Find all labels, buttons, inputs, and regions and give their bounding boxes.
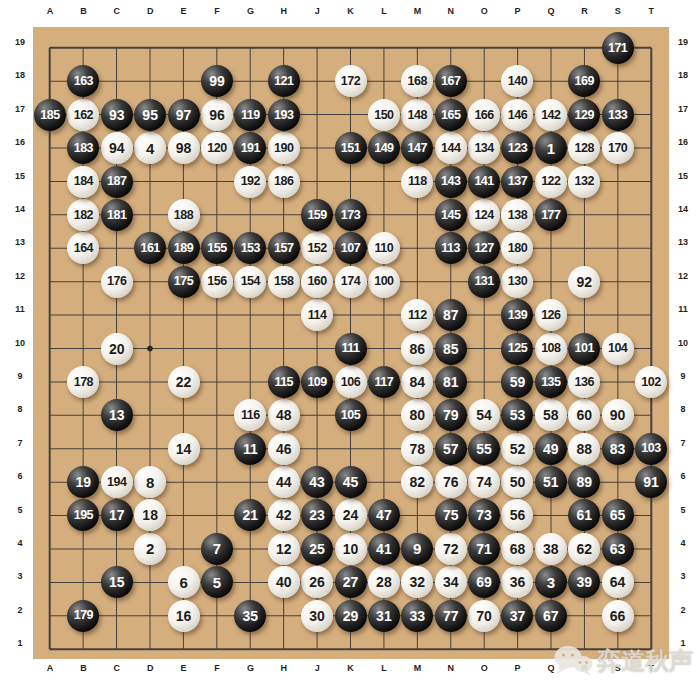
coordinate-label: 6 xyxy=(672,470,694,482)
go-stone-white-t9: 102 xyxy=(635,366,667,398)
go-stone-black-k16: 151 xyxy=(335,132,367,164)
go-stone-black-f3: 5 xyxy=(201,566,233,598)
go-stone-black-c8: 13 xyxy=(101,399,133,431)
go-stone-white-p5: 56 xyxy=(501,499,533,531)
go-stone-black-m4: 9 xyxy=(401,533,433,565)
go-stone-white-q10: 108 xyxy=(535,333,567,365)
go-stone-white-l3: 28 xyxy=(368,566,400,598)
go-stone-black-b5: 195 xyxy=(67,499,99,531)
go-stone-black-g17: 119 xyxy=(234,99,266,131)
go-stone-black-f4: 7 xyxy=(201,533,233,565)
go-stone-black-g2: 35 xyxy=(234,600,266,632)
go-stone-white-s16: 170 xyxy=(602,132,634,164)
go-stone-black-s7: 83 xyxy=(602,433,634,465)
coordinate-label: D xyxy=(139,5,161,17)
coordinate-label: 19 xyxy=(672,36,694,48)
coordinate-label: 14 xyxy=(9,203,31,215)
go-stone-black-q16: 1 xyxy=(535,132,567,164)
go-stone-black-q2: 67 xyxy=(535,600,567,632)
go-stone-black-h13: 157 xyxy=(268,232,300,264)
coordinate-label: 9 xyxy=(672,370,694,382)
go-stone-black-m16: 147 xyxy=(401,132,433,164)
go-stone-black-m2: 33 xyxy=(401,600,433,632)
go-stone-black-b18: 163 xyxy=(67,65,99,97)
coordinate-label: 13 xyxy=(9,236,31,248)
go-stone-white-s10: 104 xyxy=(602,333,634,365)
go-stone-white-q4: 38 xyxy=(535,533,567,565)
go-stone-white-j2: 30 xyxy=(301,600,333,632)
go-stone-black-g13: 153 xyxy=(234,232,266,264)
go-stone-black-t7: 103 xyxy=(635,433,667,465)
coordinate-label: S xyxy=(607,5,629,17)
go-stone-white-m3: 32 xyxy=(401,566,433,598)
go-stone-white-d4: 2 xyxy=(134,533,166,565)
coordinate-label: 8 xyxy=(672,403,694,415)
go-stone-black-p2: 37 xyxy=(501,600,533,632)
go-stone-white-o14: 124 xyxy=(468,199,500,231)
go-stone-black-k13: 107 xyxy=(335,232,367,264)
go-stone-black-p11: 139 xyxy=(501,299,533,331)
coordinate-label: H xyxy=(273,5,295,17)
go-stone-black-g7: 11 xyxy=(234,433,266,465)
go-stone-black-n17: 165 xyxy=(435,99,467,131)
go-stone-white-k9: 106 xyxy=(335,366,367,398)
go-stone-white-n6: 76 xyxy=(435,466,467,498)
go-stone-black-p10: 125 xyxy=(501,333,533,365)
coordinate-label: 2 xyxy=(9,604,31,616)
coordinate-label: 3 xyxy=(672,570,694,582)
go-stone-white-g15: 192 xyxy=(234,166,266,198)
go-stone-white-p7: 52 xyxy=(501,433,533,465)
go-stone-white-c12: 176 xyxy=(101,266,133,298)
go-stone-white-l12: 100 xyxy=(368,266,400,298)
coordinate-label: 2 xyxy=(672,604,694,616)
go-stone-white-p12: 130 xyxy=(501,266,533,298)
go-stone-black-q14: 177 xyxy=(535,199,567,231)
go-stone-black-j5: 23 xyxy=(301,499,333,531)
go-stone-white-q17: 142 xyxy=(535,99,567,131)
go-stone-white-d16: 4 xyxy=(134,132,166,164)
go-stone-black-l2: 31 xyxy=(368,600,400,632)
coordinate-label: K xyxy=(340,5,362,17)
go-stone-black-n8: 79 xyxy=(435,399,467,431)
go-stone-white-o17: 166 xyxy=(468,99,500,131)
coordinate-label: Q xyxy=(540,5,562,17)
go-stone-white-b14: 182 xyxy=(67,199,99,231)
go-stone-white-k18: 172 xyxy=(335,65,367,97)
coordinate-label: 17 xyxy=(672,103,694,115)
go-stone-black-o15: 141 xyxy=(468,166,500,198)
go-stone-black-l9: 117 xyxy=(368,366,400,398)
go-stone-black-o12: 131 xyxy=(468,266,500,298)
go-stone-black-n13: 113 xyxy=(435,232,467,264)
go-stone-white-b13: 164 xyxy=(67,232,99,264)
coordinate-label: 4 xyxy=(9,537,31,549)
coordinate-label: R xyxy=(573,5,595,17)
go-stone-black-k8: 105 xyxy=(335,399,367,431)
coordinate-label: 11 xyxy=(9,303,31,315)
go-stone-white-o16: 134 xyxy=(468,132,500,164)
go-stone-black-k14: 173 xyxy=(335,199,367,231)
coordinate-label: 9 xyxy=(9,370,31,382)
go-stone-white-j13: 152 xyxy=(301,232,333,264)
coordinate-label: 8 xyxy=(9,403,31,415)
go-stone-black-c15: 187 xyxy=(101,166,133,198)
coordinate-label: 15 xyxy=(672,170,694,182)
coordinate-label: G xyxy=(239,5,261,17)
go-stone-black-c14: 181 xyxy=(101,199,133,231)
go-stone-black-g5: 21 xyxy=(234,499,266,531)
go-stone-white-h15: 186 xyxy=(268,166,300,198)
go-stone-black-s5: 65 xyxy=(602,499,634,531)
go-stone-white-k5: 24 xyxy=(335,499,367,531)
coordinate-label: B xyxy=(72,5,94,17)
go-stone-black-s4: 63 xyxy=(602,533,634,565)
coordinate-label: 16 xyxy=(9,136,31,148)
go-stone-black-n2: 77 xyxy=(435,600,467,632)
go-stone-black-j9: 109 xyxy=(301,366,333,398)
go-stone-white-r15: 132 xyxy=(568,166,600,198)
go-stone-white-m17: 148 xyxy=(401,99,433,131)
go-stone-black-o3: 69 xyxy=(468,566,500,598)
go-stone-white-d5: 18 xyxy=(134,499,166,531)
go-stone-white-b9: 178 xyxy=(67,366,99,398)
go-stone-black-c5: 17 xyxy=(101,499,133,531)
go-stone-black-e17: 97 xyxy=(168,99,200,131)
go-stone-black-t6: 91 xyxy=(635,466,667,498)
go-stone-black-n18: 167 xyxy=(435,65,467,97)
go-stone-black-k2: 29 xyxy=(335,600,367,632)
go-stone-black-n11: 87 xyxy=(435,299,467,331)
go-stone-white-e2: 16 xyxy=(168,600,200,632)
go-stone-white-s2: 66 xyxy=(602,600,634,632)
go-stone-black-a17: 185 xyxy=(34,99,66,131)
go-stone-white-m9: 84 xyxy=(401,366,433,398)
go-stone-black-q6: 51 xyxy=(535,466,567,498)
coordinate-label: 3 xyxy=(9,570,31,582)
coordinate-label: J xyxy=(306,5,328,17)
go-stone-black-k3: 27 xyxy=(335,566,367,598)
coordinate-label: N xyxy=(440,5,462,17)
go-stone-black-j14: 159 xyxy=(301,199,333,231)
coordinate-label: 19 xyxy=(9,36,31,48)
go-board-grid: 1234567891011121314151617181920212223242… xyxy=(33,31,667,665)
go-stone-white-b17: 162 xyxy=(67,99,99,131)
go-stone-white-b15: 184 xyxy=(67,166,99,198)
go-stone-white-r4: 62 xyxy=(568,533,600,565)
coordinate-label: 1 xyxy=(9,637,31,649)
coordinate-label: C xyxy=(106,5,128,17)
coordinate-label: 10 xyxy=(672,337,694,349)
go-stone-black-b2: 179 xyxy=(67,600,99,632)
go-stone-white-h8: 48 xyxy=(268,399,300,431)
go-stone-white-k4: 10 xyxy=(335,533,367,565)
go-stone-white-e3: 6 xyxy=(168,566,200,598)
coordinate-label: 6 xyxy=(9,470,31,482)
go-stone-white-o2: 70 xyxy=(468,600,500,632)
go-stone-white-n4: 72 xyxy=(435,533,467,565)
coordinate-label: T xyxy=(640,5,662,17)
go-stone-white-e16: 98 xyxy=(168,132,200,164)
go-stone-black-r18: 169 xyxy=(568,65,600,97)
go-stone-black-p8: 53 xyxy=(501,399,533,431)
go-stone-black-r3: 39 xyxy=(568,566,600,598)
go-stone-white-m10: 86 xyxy=(401,333,433,365)
go-stone-black-n10: 85 xyxy=(435,333,467,365)
go-stone-white-e9: 22 xyxy=(168,366,200,398)
go-stone-white-q15: 122 xyxy=(535,166,567,198)
go-stone-black-h9: 115 xyxy=(268,366,300,398)
coordinate-label: 7 xyxy=(9,437,31,449)
go-stone-black-c3: 15 xyxy=(101,566,133,598)
go-stone-black-o5: 73 xyxy=(468,499,500,531)
coordinate-label: L xyxy=(373,5,395,17)
go-stone-white-g8: 116 xyxy=(234,399,266,431)
coordinate-label: 16 xyxy=(672,136,694,148)
go-stone-white-s8: 90 xyxy=(602,399,634,431)
go-stone-white-h12: 158 xyxy=(268,266,300,298)
go-stone-black-k10: 111 xyxy=(335,333,367,365)
coordinate-label: P xyxy=(507,5,529,17)
go-stone-white-k12: 174 xyxy=(335,266,367,298)
go-stone-black-o7: 55 xyxy=(468,433,500,465)
go-stone-white-p18: 140 xyxy=(501,65,533,97)
go-stone-white-m11: 112 xyxy=(401,299,433,331)
go-stone-black-l4: 41 xyxy=(368,533,400,565)
coordinate-label: 5 xyxy=(9,504,31,516)
go-diagram-page: ABCDEFGHJKLMNOPQRST ABCDEFGHJKLMNOPQRST … xyxy=(0,0,700,700)
coordinate-label: 12 xyxy=(9,270,31,282)
coordinate-label: 17 xyxy=(9,103,31,115)
go-stone-white-f12: 156 xyxy=(201,266,233,298)
go-stone-white-h4: 12 xyxy=(268,533,300,565)
go-stone-white-r7: 88 xyxy=(568,433,600,465)
go-stone-black-r5: 61 xyxy=(568,499,600,531)
watermark: 弈道秋声 xyxy=(553,645,693,677)
go-stone-white-p4: 68 xyxy=(501,533,533,565)
go-stone-white-m15: 118 xyxy=(401,166,433,198)
coordinate-label: M xyxy=(406,5,428,17)
go-stone-black-g16: 191 xyxy=(234,132,266,164)
coordinate-label: F xyxy=(206,5,228,17)
go-stone-white-c16: 94 xyxy=(101,132,133,164)
go-stone-black-h18: 121 xyxy=(268,65,300,97)
coordinate-label: 13 xyxy=(672,236,694,248)
go-stone-black-s19: 171 xyxy=(602,32,634,64)
go-stone-black-f18: 99 xyxy=(201,65,233,97)
go-stone-black-b16: 183 xyxy=(67,132,99,164)
go-stone-white-m18: 168 xyxy=(401,65,433,97)
go-stone-black-n14: 145 xyxy=(435,199,467,231)
coordinate-label: 15 xyxy=(9,170,31,182)
go-stone-black-h17: 193 xyxy=(268,99,300,131)
go-stone-white-l17: 150 xyxy=(368,99,400,131)
go-stone-black-e13: 189 xyxy=(168,232,200,264)
go-stone-white-p17: 146 xyxy=(501,99,533,131)
coordinate-label: O xyxy=(473,5,495,17)
go-stone-white-f16: 120 xyxy=(201,132,233,164)
go-stone-black-b6: 19 xyxy=(67,466,99,498)
go-stone-white-o6: 74 xyxy=(468,466,500,498)
go-stone-white-r9: 136 xyxy=(568,366,600,398)
coordinate-label: A xyxy=(39,5,61,17)
go-stone-white-g12: 154 xyxy=(234,266,266,298)
coordinate-label: 10 xyxy=(9,337,31,349)
go-stone-black-p16: 123 xyxy=(501,132,533,164)
go-stone-black-o4: 71 xyxy=(468,533,500,565)
go-stone-white-e7: 14 xyxy=(168,433,200,465)
go-stone-white-n16: 144 xyxy=(435,132,467,164)
go-stone-black-j4: 25 xyxy=(301,533,333,565)
go-stone-black-q3: 3 xyxy=(535,566,567,598)
go-stone-black-c17: 93 xyxy=(101,99,133,131)
go-stone-white-r8: 60 xyxy=(568,399,600,431)
go-stone-black-n7: 57 xyxy=(435,433,467,465)
go-stone-black-n15: 143 xyxy=(435,166,467,198)
go-stone-white-f17: 96 xyxy=(201,99,233,131)
go-stone-white-r12: 92 xyxy=(568,266,600,298)
go-stone-white-s3: 64 xyxy=(602,566,634,598)
go-stone-black-n9: 81 xyxy=(435,366,467,398)
go-stone-black-n5: 75 xyxy=(435,499,467,531)
go-stone-white-m8: 80 xyxy=(401,399,433,431)
watermark-text: 弈道秋声 xyxy=(597,645,693,677)
go-stone-black-s17: 133 xyxy=(602,99,634,131)
go-stone-black-r6: 89 xyxy=(568,466,600,498)
go-stone-white-j3: 26 xyxy=(301,566,333,598)
wechat-icon xyxy=(553,645,593,677)
go-stone-white-r16: 128 xyxy=(568,132,600,164)
go-stone-white-j11: 114 xyxy=(301,299,333,331)
go-stone-white-o8: 54 xyxy=(468,399,500,431)
go-stone-white-h16: 190 xyxy=(268,132,300,164)
go-stone-black-j6: 43 xyxy=(301,466,333,498)
go-stone-white-d6: 8 xyxy=(134,466,166,498)
go-stone-black-p15: 137 xyxy=(501,166,533,198)
go-stone-black-f13: 155 xyxy=(201,232,233,264)
coordinate-label: 4 xyxy=(672,537,694,549)
coordinate-label: 12 xyxy=(672,270,694,282)
coordinate-label: 18 xyxy=(9,69,31,81)
go-stone-black-r17: 129 xyxy=(568,99,600,131)
go-stone-white-p13: 180 xyxy=(501,232,533,264)
go-stone-white-p6: 50 xyxy=(501,466,533,498)
go-stone-white-p3: 36 xyxy=(501,566,533,598)
coordinate-label: 7 xyxy=(672,437,694,449)
go-stone-black-l5: 47 xyxy=(368,499,400,531)
go-stone-black-l16: 149 xyxy=(368,132,400,164)
go-stone-white-h7: 46 xyxy=(268,433,300,465)
go-stone-black-d17: 95 xyxy=(134,99,166,131)
coordinate-label: E xyxy=(173,5,195,17)
go-stone-black-p9: 59 xyxy=(501,366,533,398)
go-stone-white-h3: 40 xyxy=(268,566,300,598)
go-stone-white-c6: 194 xyxy=(101,466,133,498)
go-stone-white-m7: 78 xyxy=(401,433,433,465)
coordinate-label: 11 xyxy=(672,303,694,315)
go-stone-white-n3: 34 xyxy=(435,566,467,598)
go-stone-black-q7: 49 xyxy=(535,433,567,465)
go-stone-white-m6: 82 xyxy=(401,466,433,498)
go-stone-black-d13: 161 xyxy=(134,232,166,264)
go-stone-black-k6: 45 xyxy=(335,466,367,498)
go-stone-white-q11: 126 xyxy=(535,299,567,331)
go-stone-white-p14: 138 xyxy=(501,199,533,231)
coordinate-label: 14 xyxy=(672,203,694,215)
go-stone-black-o13: 127 xyxy=(468,232,500,264)
go-stone-white-l13: 110 xyxy=(368,232,400,264)
coordinate-label: 18 xyxy=(672,69,694,81)
go-stone-white-j12: 160 xyxy=(301,266,333,298)
go-stone-black-q9: 135 xyxy=(535,366,567,398)
coordinate-label: 5 xyxy=(672,504,694,516)
go-stone-white-q8: 58 xyxy=(535,399,567,431)
go-stone-white-h5: 42 xyxy=(268,499,300,531)
go-stone-black-r10: 101 xyxy=(568,333,600,365)
go-stone-white-e14: 188 xyxy=(168,199,200,231)
go-stone-white-h6: 44 xyxy=(268,466,300,498)
go-stone-white-c10: 20 xyxy=(101,333,133,365)
go-stone-black-e12: 175 xyxy=(168,266,200,298)
